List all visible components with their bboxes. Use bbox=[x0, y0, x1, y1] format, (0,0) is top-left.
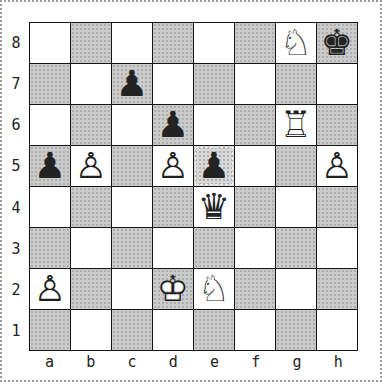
white-pawn: ♟♙ bbox=[317, 146, 357, 186]
file-label-d: d bbox=[153, 353, 194, 377]
rank-label-3: 3 bbox=[4, 228, 28, 269]
piece-glyph: ♟ bbox=[34, 145, 66, 186]
file-label-g: g bbox=[277, 353, 318, 377]
file-label-c: c bbox=[112, 353, 153, 377]
piece-glyph: ♘ bbox=[280, 22, 312, 63]
square-c6[interactable] bbox=[112, 105, 152, 145]
white-pawn: ♟♙ bbox=[30, 269, 70, 309]
piece-glyph: ♖ bbox=[280, 104, 312, 145]
square-e2[interactable]: ♞♘ bbox=[194, 269, 234, 309]
file-label-e: e bbox=[194, 353, 235, 377]
file-label-f: f bbox=[235, 353, 276, 377]
square-c7[interactable]: ♟ bbox=[112, 64, 152, 104]
white-pawn: ♟♙ bbox=[71, 146, 111, 186]
square-g4[interactable] bbox=[276, 187, 316, 227]
square-g7[interactable] bbox=[276, 64, 316, 104]
square-h5[interactable]: ♟♙ bbox=[317, 146, 357, 186]
square-d6[interactable]: ♟ bbox=[153, 105, 193, 145]
square-a2[interactable]: ♟♙ bbox=[30, 269, 70, 309]
file-label-b: b bbox=[70, 353, 111, 377]
square-b4[interactable] bbox=[71, 187, 111, 227]
piece-glyph: ♙ bbox=[157, 145, 189, 186]
square-h1[interactable] bbox=[317, 310, 357, 350]
square-g6[interactable]: ♜♖ bbox=[276, 105, 316, 145]
square-h3[interactable] bbox=[317, 228, 357, 268]
square-h2[interactable] bbox=[317, 269, 357, 309]
square-d7[interactable] bbox=[153, 64, 193, 104]
square-g3[interactable] bbox=[276, 228, 316, 268]
black-pawn: ♟ bbox=[112, 64, 152, 104]
square-b1[interactable] bbox=[71, 310, 111, 350]
piece-glyph: ♟ bbox=[116, 63, 148, 104]
square-f2[interactable] bbox=[235, 269, 275, 309]
square-b2[interactable] bbox=[71, 269, 111, 309]
square-b6[interactable] bbox=[71, 105, 111, 145]
piece-glyph: ♛ bbox=[198, 186, 230, 227]
rank-label-5: 5 bbox=[4, 146, 28, 187]
white-king: ♚♔ bbox=[153, 269, 193, 309]
square-f6[interactable] bbox=[235, 105, 275, 145]
square-a3[interactable] bbox=[30, 228, 70, 268]
white-knight: ♞♘ bbox=[276, 23, 316, 63]
black-pawn: ♟ bbox=[30, 146, 70, 186]
square-c5[interactable] bbox=[112, 146, 152, 186]
rank-label-4: 4 bbox=[4, 187, 28, 228]
square-g5[interactable] bbox=[276, 146, 316, 186]
square-d3[interactable] bbox=[153, 228, 193, 268]
rank-labels: 87654321 bbox=[4, 22, 28, 352]
square-b5[interactable]: ♟♙ bbox=[71, 146, 111, 186]
square-c3[interactable] bbox=[112, 228, 152, 268]
square-d4[interactable] bbox=[153, 187, 193, 227]
square-e3[interactable] bbox=[194, 228, 234, 268]
square-h7[interactable] bbox=[317, 64, 357, 104]
chess-diagram: 87654321 ♞♘♚♟♟♜♖♟♟♙♟♙♟♟♙♛♟♙♚♔♞♘ abcdefgh bbox=[0, 0, 382, 382]
file-labels: abcdefgh bbox=[29, 353, 359, 377]
square-f3[interactable] bbox=[235, 228, 275, 268]
square-a6[interactable] bbox=[30, 105, 70, 145]
piece-glyph: ♟ bbox=[198, 145, 230, 186]
black-pawn: ♟ bbox=[153, 105, 193, 145]
square-f1[interactable] bbox=[235, 310, 275, 350]
square-e5[interactable]: ♟ bbox=[194, 146, 234, 186]
black-pawn: ♟ bbox=[194, 146, 234, 186]
square-b8[interactable] bbox=[71, 23, 111, 63]
square-f7[interactable] bbox=[235, 64, 275, 104]
white-pawn: ♟♙ bbox=[153, 146, 193, 186]
rank-label-8: 8 bbox=[4, 22, 28, 63]
square-h6[interactable] bbox=[317, 105, 357, 145]
square-c2[interactable] bbox=[112, 269, 152, 309]
square-e6[interactable] bbox=[194, 105, 234, 145]
square-d5[interactable]: ♟♙ bbox=[153, 146, 193, 186]
rank-label-1: 1 bbox=[4, 311, 28, 352]
square-a1[interactable] bbox=[30, 310, 70, 350]
square-g1[interactable] bbox=[276, 310, 316, 350]
piece-glyph: ♔ bbox=[157, 268, 189, 309]
black-queen: ♛ bbox=[194, 187, 234, 227]
square-e7[interactable] bbox=[194, 64, 234, 104]
square-a7[interactable] bbox=[30, 64, 70, 104]
square-c1[interactable] bbox=[112, 310, 152, 350]
square-f8[interactable] bbox=[235, 23, 275, 63]
file-label-a: a bbox=[29, 353, 70, 377]
white-knight: ♞♘ bbox=[194, 269, 234, 309]
rank-label-6: 6 bbox=[4, 105, 28, 146]
rank-label-2: 2 bbox=[4, 270, 28, 311]
square-c4[interactable] bbox=[112, 187, 152, 227]
square-b7[interactable] bbox=[71, 64, 111, 104]
black-king: ♚ bbox=[317, 23, 357, 63]
piece-glyph: ♟ bbox=[157, 104, 189, 145]
square-g8[interactable]: ♞♘ bbox=[276, 23, 316, 63]
chess-board: ♞♘♚♟♟♜♖♟♟♙♟♙♟♟♙♛♟♙♚♔♞♘ bbox=[29, 22, 358, 351]
square-a8[interactable] bbox=[30, 23, 70, 63]
square-e8[interactable] bbox=[194, 23, 234, 63]
square-a4[interactable] bbox=[30, 187, 70, 227]
square-b3[interactable] bbox=[71, 228, 111, 268]
file-label-h: h bbox=[318, 353, 359, 377]
piece-glyph: ♘ bbox=[198, 268, 230, 309]
square-h4[interactable] bbox=[317, 187, 357, 227]
square-h8[interactable]: ♚ bbox=[317, 23, 357, 63]
square-e4[interactable]: ♛ bbox=[194, 187, 234, 227]
square-a5[interactable]: ♟ bbox=[30, 146, 70, 186]
square-f4[interactable] bbox=[235, 187, 275, 227]
white-rook: ♜♖ bbox=[276, 105, 316, 145]
rank-label-7: 7 bbox=[4, 63, 28, 104]
square-d1[interactable] bbox=[153, 310, 193, 350]
piece-glyph: ♙ bbox=[321, 145, 353, 186]
piece-glyph: ♚ bbox=[321, 22, 353, 63]
square-g2[interactable] bbox=[276, 269, 316, 309]
square-d2[interactable]: ♚♔ bbox=[153, 269, 193, 309]
square-d8[interactable] bbox=[153, 23, 193, 63]
piece-glyph: ♙ bbox=[75, 145, 107, 186]
square-f5[interactable] bbox=[235, 146, 275, 186]
piece-glyph: ♙ bbox=[34, 268, 66, 309]
square-e1[interactable] bbox=[194, 310, 234, 350]
square-c8[interactable] bbox=[112, 23, 152, 63]
